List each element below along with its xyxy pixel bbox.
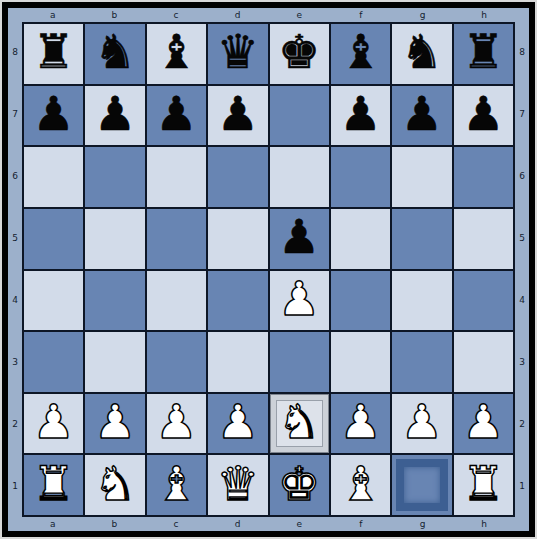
square-h7[interactable]: ♟ (454, 86, 513, 146)
piece-white-knight[interactable]: ♞ (278, 398, 320, 445)
square-c6[interactable] (147, 147, 206, 207)
file-labels-top: abcdefgh (22, 8, 515, 22)
rank-label-7: 7 (515, 84, 529, 146)
file-label-d: d (207, 517, 269, 531)
rank-label-1: 1 (515, 455, 529, 517)
square-f5[interactable] (331, 209, 390, 269)
file-label-e: e (269, 8, 331, 22)
file-label-h: h (453, 8, 515, 22)
square-e8[interactable]: ♚ (270, 24, 329, 84)
piece-black-rook[interactable]: ♜ (33, 28, 75, 75)
rank-label-2: 2 (8, 393, 22, 455)
square-a4[interactable] (24, 271, 83, 331)
square-f8[interactable]: ♝ (331, 24, 390, 84)
piece-white-pawn[interactable]: ♟ (462, 398, 504, 445)
square-e6[interactable] (270, 147, 329, 207)
file-label-c: c (145, 517, 207, 531)
piece-white-pawn[interactable]: ♟ (401, 398, 443, 445)
square-e5[interactable]: ♟ (270, 209, 329, 269)
rank-label-3: 3 (515, 331, 529, 393)
square-d7[interactable]: ♟ (208, 86, 267, 146)
square-h6[interactable] (454, 147, 513, 207)
board-frame: abcdefgh 87654321 ♜♞♝♛♚♝♞♜♟♟♟♟♟♟♟♟♟♟♟♟♟♞… (2, 2, 535, 537)
square-d3[interactable] (208, 332, 267, 392)
square-a8[interactable]: ♜ (24, 24, 83, 84)
square-g7[interactable]: ♟ (392, 86, 451, 146)
square-h4[interactable] (454, 271, 513, 331)
square-b1[interactable]: ♞ (85, 455, 144, 515)
square-b3[interactable] (85, 332, 144, 392)
file-label-c: c (145, 8, 207, 22)
piece-black-king[interactable]: ♚ (278, 28, 320, 75)
file-label-b: b (84, 517, 146, 531)
square-f4[interactable] (331, 271, 390, 331)
square-c2[interactable]: ♟ (147, 394, 206, 454)
rank-label-4: 4 (8, 270, 22, 332)
square-d5[interactable] (208, 209, 267, 269)
square-e3[interactable] (270, 332, 329, 392)
square-e4[interactable]: ♟ (270, 271, 329, 331)
piece-black-rook[interactable]: ♜ (462, 28, 504, 75)
piece-black-knight[interactable]: ♞ (401, 28, 443, 75)
square-h8[interactable]: ♜ (454, 24, 513, 84)
piece-white-pawn[interactable]: ♟ (339, 398, 381, 445)
piece-black-pawn[interactable]: ♟ (278, 213, 320, 260)
square-g4[interactable] (392, 271, 451, 331)
rank-labels-right: 87654321 (515, 22, 529, 517)
square-a3[interactable] (24, 332, 83, 392)
file-label-f: f (330, 8, 392, 22)
square-c1[interactable]: ♝ (147, 455, 206, 515)
page: abcdefgh 87654321 ♜♞♝♛♚♝♞♜♟♟♟♟♟♟♟♟♟♟♟♟♟♞… (0, 0, 537, 539)
piece-black-pawn[interactable]: ♟ (155, 90, 197, 137)
square-b5[interactable] (85, 209, 144, 269)
square-c7[interactable]: ♟ (147, 86, 206, 146)
file-label-g: g (392, 8, 454, 22)
piece-black-pawn[interactable]: ♟ (217, 90, 259, 137)
square-d2[interactable]: ♟ (208, 394, 267, 454)
square-b2[interactable]: ♟ (85, 394, 144, 454)
rank-label-5: 5 (515, 208, 529, 270)
square-c5[interactable] (147, 209, 206, 269)
piece-white-rook[interactable]: ♜ (462, 460, 504, 507)
square-e2[interactable]: ♞ (270, 394, 329, 454)
piece-black-pawn[interactable]: ♟ (339, 90, 381, 137)
square-g6[interactable] (392, 147, 451, 207)
square-a1[interactable]: ♜ (24, 455, 83, 515)
piece-white-bishop[interactable]: ♝ (155, 460, 197, 507)
square-a2[interactable]: ♟ (24, 394, 83, 454)
square-a6[interactable] (24, 147, 83, 207)
piece-black-pawn[interactable]: ♟ (401, 90, 443, 137)
square-f7[interactable]: ♟ (331, 86, 390, 146)
piece-black-bishop[interactable]: ♝ (339, 28, 381, 75)
chessboard: ♜♞♝♛♚♝♞♜♟♟♟♟♟♟♟♟♟♟♟♟♟♞♟♟♟♜♞♝♛♚♝♜ (22, 22, 515, 517)
square-d6[interactable] (208, 147, 267, 207)
rank-label-7: 7 (8, 84, 22, 146)
file-label-d: d (207, 8, 269, 22)
rank-label-1: 1 (8, 455, 22, 517)
square-f1[interactable]: ♝ (331, 455, 390, 515)
piece-white-pawn[interactable]: ♟ (278, 275, 320, 322)
file-label-a: a (22, 517, 84, 531)
piece-black-bishop[interactable]: ♝ (155, 28, 197, 75)
rank-labels-left: 87654321 (8, 22, 22, 517)
piece-white-pawn[interactable]: ♟ (217, 398, 259, 445)
square-a5[interactable] (24, 209, 83, 269)
rank-label-2: 2 (515, 393, 529, 455)
file-label-a: a (22, 8, 84, 22)
file-labels-bottom: abcdefgh (22, 517, 515, 531)
rank-label-6: 6 (8, 146, 22, 208)
square-d1[interactable]: ♛ (208, 455, 267, 515)
square-f6[interactable] (331, 147, 390, 207)
square-g5[interactable] (392, 209, 451, 269)
square-b7[interactable]: ♟ (85, 86, 144, 146)
square-b4[interactable] (85, 271, 144, 331)
rank-label-8: 8 (8, 22, 22, 84)
square-c8[interactable]: ♝ (147, 24, 206, 84)
square-e7[interactable] (270, 86, 329, 146)
piece-black-pawn[interactable]: ♟ (462, 90, 504, 137)
square-g8[interactable]: ♞ (392, 24, 451, 84)
piece-black-queen[interactable]: ♛ (217, 28, 259, 75)
rank-label-3: 3 (8, 331, 22, 393)
square-c4[interactable] (147, 271, 206, 331)
file-label-b: b (84, 8, 146, 22)
rank-label-8: 8 (515, 22, 529, 84)
square-h3[interactable] (454, 332, 513, 392)
rank-label-6: 6 (515, 146, 529, 208)
piece-black-knight[interactable]: ♞ (94, 28, 136, 75)
piece-white-rook[interactable]: ♜ (33, 460, 75, 507)
piece-white-pawn[interactable]: ♟ (33, 398, 75, 445)
square-h5[interactable] (454, 209, 513, 269)
piece-white-pawn[interactable]: ♟ (155, 398, 197, 445)
rank-label-4: 4 (515, 270, 529, 332)
square-g1[interactable] (392, 455, 451, 515)
square-e1[interactable]: ♚ (270, 455, 329, 515)
file-label-e: e (269, 517, 331, 531)
square-f2[interactable]: ♟ (331, 394, 390, 454)
square-f3[interactable] (331, 332, 390, 392)
piece-white-queen[interactable]: ♛ (217, 460, 259, 507)
piece-white-bishop[interactable]: ♝ (339, 460, 381, 507)
square-h2[interactable]: ♟ (454, 394, 513, 454)
square-c3[interactable] (147, 332, 206, 392)
square-d4[interactable] (208, 271, 267, 331)
piece-white-pawn[interactable]: ♟ (94, 398, 136, 445)
file-label-g: g (392, 517, 454, 531)
piece-white-knight[interactable]: ♞ (94, 460, 136, 507)
square-b6[interactable] (85, 147, 144, 207)
piece-white-king[interactable]: ♚ (278, 460, 320, 507)
square-g2[interactable]: ♟ (392, 394, 451, 454)
square-b8[interactable]: ♞ (85, 24, 144, 84)
rank-label-5: 5 (8, 208, 22, 270)
piece-black-pawn[interactable]: ♟ (33, 90, 75, 137)
file-label-f: f (330, 517, 392, 531)
square-d8[interactable]: ♛ (208, 24, 267, 84)
square-g3[interactable] (392, 332, 451, 392)
file-label-h: h (453, 517, 515, 531)
piece-black-pawn[interactable]: ♟ (94, 90, 136, 137)
square-h1[interactable]: ♜ (454, 455, 513, 515)
square-a7[interactable]: ♟ (24, 86, 83, 146)
